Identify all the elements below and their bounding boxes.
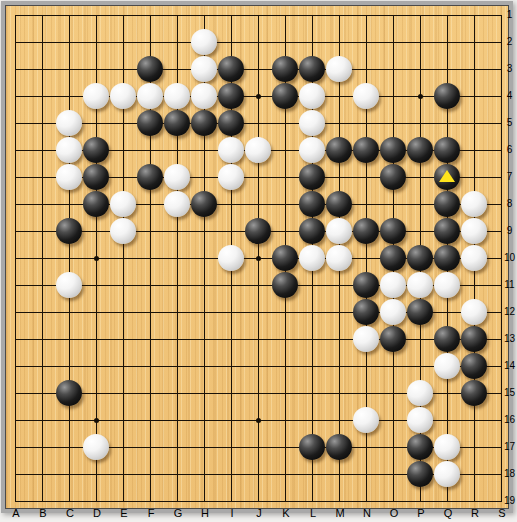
stone-white[interactable] — [461, 218, 487, 244]
stone-black[interactable] — [272, 245, 298, 271]
stone-black[interactable] — [461, 326, 487, 352]
stone-white[interactable] — [191, 29, 217, 55]
stone-white[interactable] — [191, 56, 217, 82]
stone-black[interactable] — [218, 56, 244, 82]
stone-white[interactable] — [218, 164, 244, 190]
stone-black[interactable] — [191, 191, 217, 217]
stone-black[interactable] — [83, 164, 109, 190]
stone-white[interactable] — [299, 110, 325, 136]
stone-white[interactable] — [326, 245, 352, 271]
last-move-marker — [439, 170, 455, 182]
stone-white[interactable] — [137, 83, 163, 109]
stone-white[interactable] — [299, 83, 325, 109]
stone-black[interactable] — [218, 83, 244, 109]
stone-black[interactable] — [461, 380, 487, 406]
stone-white[interactable] — [56, 272, 82, 298]
column-label: H — [197, 507, 213, 520]
stone-black[interactable] — [461, 353, 487, 379]
stone-white[interactable] — [326, 218, 352, 244]
stone-white[interactable] — [461, 245, 487, 271]
star-point — [256, 418, 261, 423]
star-point — [94, 418, 99, 423]
stone-black[interactable] — [380, 137, 406, 163]
stone-black[interactable] — [380, 245, 406, 271]
column-label: F — [143, 507, 159, 520]
stone-black[interactable] — [380, 326, 406, 352]
stone-white[interactable] — [245, 137, 271, 163]
stone-black[interactable] — [299, 218, 325, 244]
stone-black[interactable] — [353, 272, 379, 298]
stone-black[interactable] — [407, 299, 433, 325]
stone-black[interactable] — [191, 110, 217, 136]
row-label: 12 — [502, 306, 517, 318]
row-label: 17 — [502, 441, 517, 453]
column-label: J — [251, 507, 267, 520]
stone-white[interactable] — [434, 353, 460, 379]
column-label: L — [305, 507, 321, 520]
row-label: 14 — [502, 360, 517, 372]
stone-white[interactable] — [110, 218, 136, 244]
stone-white[interactable] — [434, 461, 460, 487]
stone-white[interactable] — [353, 83, 379, 109]
stone-white[interactable] — [164, 164, 190, 190]
stone-black[interactable] — [272, 272, 298, 298]
column-label: E — [116, 507, 132, 520]
stone-white[interactable] — [299, 245, 325, 271]
stone-black[interactable] — [434, 137, 460, 163]
stone-black[interactable] — [326, 434, 352, 460]
row-label: 10 — [502, 252, 517, 264]
stone-black[interactable] — [407, 434, 433, 460]
stone-black[interactable] — [353, 299, 379, 325]
row-label: 19 — [502, 495, 517, 507]
stone-white[interactable] — [164, 191, 190, 217]
stone-black[interactable] — [434, 326, 460, 352]
row-label: 11 — [502, 279, 517, 291]
stone-black[interactable] — [56, 380, 82, 406]
stone-black[interactable] — [326, 137, 352, 163]
row-label: 13 — [502, 333, 517, 345]
stone-black[interactable] — [299, 191, 325, 217]
stone-black[interactable] — [434, 218, 460, 244]
stone-white[interactable] — [461, 191, 487, 217]
stone-black[interactable] — [272, 56, 298, 82]
stone-black[interactable] — [353, 137, 379, 163]
column-label: K — [278, 507, 294, 520]
column-label: D — [89, 507, 105, 520]
star-point — [418, 94, 423, 99]
column-label: P — [413, 507, 429, 520]
column-label: M — [332, 507, 348, 520]
grid-line — [15, 339, 502, 340]
row-label: 3 — [502, 63, 517, 75]
column-label: A — [8, 507, 24, 520]
row-label: 16 — [502, 414, 517, 426]
column-label: S — [494, 507, 510, 520]
stone-black[interactable] — [137, 56, 163, 82]
row-label: 4 — [502, 90, 517, 102]
stone-black[interactable] — [218, 110, 244, 136]
go-board-app: ABCDEFGHIJKLMNOPQRS123456789101112131415… — [0, 0, 517, 522]
stone-black[interactable] — [137, 110, 163, 136]
stone-white[interactable] — [56, 137, 82, 163]
stone-white[interactable] — [110, 191, 136, 217]
star-point — [256, 94, 261, 99]
stone-black[interactable] — [407, 461, 433, 487]
column-label: C — [62, 507, 78, 520]
stone-white[interactable] — [56, 164, 82, 190]
stone-white[interactable] — [407, 272, 433, 298]
stone-white[interactable] — [353, 407, 379, 433]
stone-black[interactable] — [434, 83, 460, 109]
stone-black[interactable] — [164, 110, 190, 136]
stone-white[interactable] — [407, 407, 433, 433]
stone-black[interactable] — [83, 137, 109, 163]
stone-white[interactable] — [380, 272, 406, 298]
row-label: 5 — [502, 117, 517, 129]
row-label: 15 — [502, 387, 517, 399]
stone-black[interactable] — [56, 218, 82, 244]
column-label: N — [359, 507, 375, 520]
stone-black[interactable] — [245, 218, 271, 244]
stone-black[interactable] — [299, 56, 325, 82]
stone-black[interactable] — [407, 137, 433, 163]
stone-white[interactable] — [83, 83, 109, 109]
row-label: 7 — [502, 171, 517, 183]
stone-white[interactable] — [164, 83, 190, 109]
row-label: 6 — [502, 144, 517, 156]
stone-white[interactable] — [407, 380, 433, 406]
stone-white[interactable] — [191, 83, 217, 109]
column-label: R — [467, 507, 483, 520]
row-label: 9 — [502, 225, 517, 237]
column-label: B — [35, 507, 51, 520]
stone-black[interactable] — [353, 218, 379, 244]
stone-black[interactable] — [326, 191, 352, 217]
row-label: 1 — [502, 9, 517, 21]
stone-white[interactable] — [218, 245, 244, 271]
stone-black[interactable] — [137, 164, 163, 190]
column-label: G — [170, 507, 186, 520]
stone-white[interactable] — [110, 83, 136, 109]
stone-white[interactable] — [353, 326, 379, 352]
stone-black[interactable] — [380, 164, 406, 190]
stone-black[interactable] — [407, 245, 433, 271]
grid-line — [15, 501, 502, 502]
stone-white[interactable] — [83, 434, 109, 460]
stone-white[interactable] — [461, 299, 487, 325]
stone-black[interactable] — [299, 434, 325, 460]
stone-black[interactable] — [434, 191, 460, 217]
stone-black[interactable] — [83, 191, 109, 217]
star-point — [256, 256, 261, 261]
row-label: 2 — [502, 36, 517, 48]
column-label: I — [224, 507, 240, 520]
stone-black[interactable] — [272, 83, 298, 109]
stone-white[interactable] — [326, 56, 352, 82]
stone-white[interactable] — [434, 272, 460, 298]
star-point — [94, 256, 99, 261]
stone-black[interactable] — [299, 164, 325, 190]
grid-line — [15, 366, 502, 367]
stone-black[interactable] — [434, 245, 460, 271]
row-label: 8 — [502, 198, 517, 210]
stone-white[interactable] — [299, 137, 325, 163]
column-label: Q — [440, 507, 456, 520]
stone-white[interactable] — [380, 299, 406, 325]
row-label: 18 — [502, 468, 517, 480]
stone-white[interactable] — [56, 110, 82, 136]
stone-white[interactable] — [218, 137, 244, 163]
column-label: O — [386, 507, 402, 520]
stone-white[interactable] — [434, 434, 460, 460]
stone-black[interactable] — [380, 218, 406, 244]
